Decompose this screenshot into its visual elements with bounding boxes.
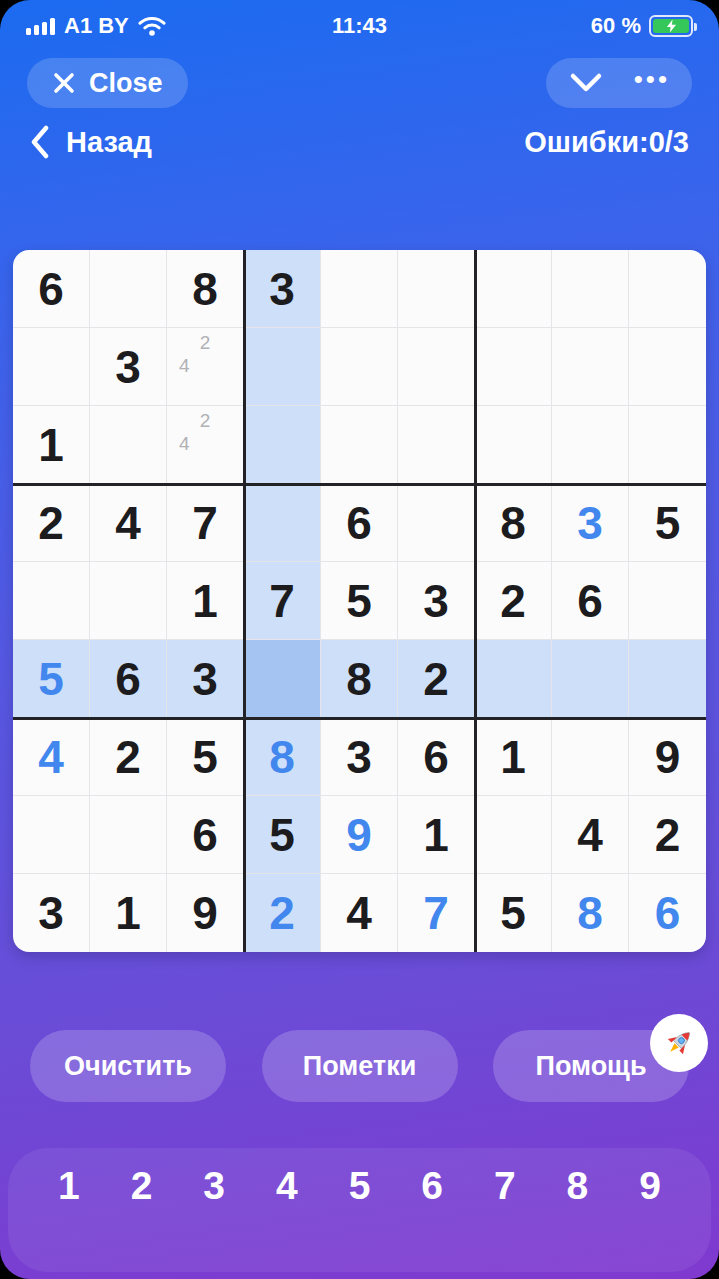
cell-r3c2[interactable] — [90, 406, 167, 484]
cell-r4c7[interactable]: 8 — [475, 484, 552, 562]
given-digit: 3 — [38, 886, 64, 940]
boost-badge[interactable] — [650, 1014, 708, 1072]
numpad: 123456789 — [8, 1148, 711, 1208]
errors-counter: Ошибки:0/3 — [524, 126, 689, 159]
cell-r8c2[interactable] — [90, 796, 167, 874]
cell-r7c1[interactable]: 4 — [13, 718, 90, 796]
cell-r1c6[interactable] — [398, 250, 475, 328]
given-digit: 2 — [115, 730, 141, 784]
cell-r3c4[interactable] — [244, 406, 321, 484]
cell-r2c6[interactable] — [398, 328, 475, 406]
cell-r8c6[interactable]: 1 — [398, 796, 475, 874]
given-digit: 3 — [269, 262, 295, 316]
cell-r8c4[interactable]: 5 — [244, 796, 321, 874]
cell-r2c5[interactable] — [321, 328, 398, 406]
cell-r3c9[interactable] — [629, 406, 706, 484]
given-digit: 5 — [500, 886, 526, 940]
given-digit: 5 — [346, 574, 372, 628]
cell-r6c7[interactable] — [475, 640, 552, 718]
clear-button[interactable]: Очистить — [30, 1030, 226, 1102]
cell-r6c6[interactable]: 2 — [398, 640, 475, 718]
user-digit: 5 — [38, 652, 64, 706]
given-digit: 9 — [192, 886, 218, 940]
given-digit: 5 — [192, 730, 218, 784]
action-bar: Очистить Пометки Помощь — [0, 1030, 719, 1102]
chevron-left-icon — [30, 125, 50, 159]
cell-r2c8[interactable] — [552, 328, 629, 406]
cell-r8c8[interactable]: 4 — [552, 796, 629, 874]
battery-percent-label: 60 % — [591, 13, 641, 39]
cell-r5c4[interactable]: 7 — [244, 562, 321, 640]
cell-r1c8[interactable] — [552, 250, 629, 328]
cell-r5c3[interactable]: 1 — [167, 562, 244, 640]
cell-r3c6[interactable] — [398, 406, 475, 484]
numpad-3[interactable]: 3 — [203, 1164, 225, 1208]
cell-r3c1[interactable]: 1 — [13, 406, 90, 484]
cell-r6c8[interactable] — [552, 640, 629, 718]
numpad-2[interactable]: 2 — [131, 1164, 153, 1208]
cell-r6c9[interactable] — [629, 640, 706, 718]
numpad-4[interactable]: 4 — [276, 1164, 298, 1208]
cell-r5c1[interactable] — [13, 562, 90, 640]
user-digit: 6 — [655, 886, 681, 940]
cell-r3c8[interactable] — [552, 406, 629, 484]
sudoku-grid: 6833241242476835175326563824258361965914… — [13, 250, 706, 952]
given-digit: 7 — [192, 496, 218, 550]
cell-r9c7[interactable]: 5 — [475, 874, 552, 952]
box-divider-vertical-2 — [474, 250, 477, 952]
cell-r1c9[interactable] — [629, 250, 706, 328]
top-toolbar: Close ••• — [0, 58, 719, 108]
user-digit: 3 — [577, 496, 603, 550]
sudoku-board: 6833241242476835175326563824258361965914… — [13, 250, 706, 952]
cell-r4c5[interactable]: 6 — [321, 484, 398, 562]
given-digit: 5 — [655, 496, 681, 550]
status-right: 60 % — [591, 13, 693, 39]
given-digit: 2 — [38, 496, 64, 550]
cell-r2c4[interactable] — [244, 328, 321, 406]
given-digit: 5 — [269, 808, 295, 862]
cell-r1c3[interactable]: 8 — [167, 250, 244, 328]
given-digit: 2 — [500, 574, 526, 628]
given-digit: 4 — [346, 886, 372, 940]
cell-r5c5[interactable]: 5 — [321, 562, 398, 640]
box-divider-horizontal-1 — [13, 483, 706, 486]
cell-r7c5[interactable]: 3 — [321, 718, 398, 796]
cell-r9c3[interactable]: 9 — [167, 874, 244, 952]
given-digit: 6 — [346, 496, 372, 550]
given-digit: 3 — [192, 652, 218, 706]
cell-r8c5[interactable]: 9 — [321, 796, 398, 874]
cell-r2c2[interactable]: 3 — [90, 328, 167, 406]
status-bar: A1 BY 11:43 60 % — [0, 8, 719, 44]
given-digit: 1 — [115, 886, 141, 940]
cell-r6c2[interactable]: 6 — [90, 640, 167, 718]
cell-r8c7[interactable] — [475, 796, 552, 874]
cell-r1c1[interactable]: 6 — [13, 250, 90, 328]
user-digit: 4 — [38, 730, 64, 784]
cell-r9c6[interactable]: 7 — [398, 874, 475, 952]
cell-r8c1[interactable] — [13, 796, 90, 874]
given-digit: 2 — [423, 652, 449, 706]
numpad-1[interactable]: 1 — [58, 1164, 80, 1208]
cell-r7c6[interactable]: 6 — [398, 718, 475, 796]
given-digit: 3 — [423, 574, 449, 628]
given-digit: 6 — [38, 262, 64, 316]
cell-r4c1[interactable]: 2 — [13, 484, 90, 562]
cell-r4c6[interactable] — [398, 484, 475, 562]
cell-r5c8[interactable]: 6 — [552, 562, 629, 640]
cell-r1c5[interactable] — [321, 250, 398, 328]
cell-r9c5[interactable]: 4 — [321, 874, 398, 952]
given-digit: 1 — [500, 730, 526, 784]
cell-r3c7[interactable] — [475, 406, 552, 484]
cell-r9c2[interactable]: 1 — [90, 874, 167, 952]
numpad-7[interactable]: 7 — [494, 1164, 516, 1208]
cell-r6c1[interactable]: 5 — [13, 640, 90, 718]
user-digit: 8 — [269, 730, 295, 784]
user-digit: 2 — [269, 886, 295, 940]
given-digit: 4 — [577, 808, 603, 862]
given-digit: 3 — [346, 730, 372, 784]
user-digit: 7 — [423, 886, 449, 940]
given-digit: 7 — [269, 574, 295, 628]
cell-r4c3[interactable]: 7 — [167, 484, 244, 562]
cell-r2c3[interactable]: 24 — [167, 328, 244, 406]
cell-r6c5[interactable]: 8 — [321, 640, 398, 718]
cell-r5c9[interactable] — [629, 562, 706, 640]
collapse-button[interactable] — [568, 72, 604, 94]
cell-r9c8[interactable]: 8 — [552, 874, 629, 952]
cell-r7c4[interactable]: 8 — [244, 718, 321, 796]
cell-r5c2[interactable] — [90, 562, 167, 640]
cell-r6c3[interactable]: 3 — [167, 640, 244, 718]
numpad-panel: 123456789 — [8, 1148, 711, 1272]
pencil-notes: 24 — [174, 331, 236, 402]
cell-r4c8[interactable]: 3 — [552, 484, 629, 562]
cell-r7c3[interactable]: 5 — [167, 718, 244, 796]
cell-r9c1[interactable]: 3 — [13, 874, 90, 952]
box-divider-horizontal-2 — [13, 717, 706, 720]
cell-r2c7[interactable] — [475, 328, 552, 406]
given-digit: 3 — [115, 340, 141, 394]
pencil-notes: 24 — [174, 409, 236, 480]
cell-r9c9[interactable]: 6 — [629, 874, 706, 952]
cell-r2c9[interactable] — [629, 328, 706, 406]
given-digit: 8 — [346, 652, 372, 706]
back-label: Назад — [66, 126, 152, 159]
window-menu-pill: ••• — [546, 58, 692, 108]
cell-r1c4[interactable]: 3 — [244, 250, 321, 328]
given-digit: 4 — [115, 496, 141, 550]
given-digit: 1 — [192, 574, 218, 628]
notes-button[interactable]: Пометки — [262, 1030, 458, 1102]
given-digit: 6 — [577, 574, 603, 628]
back-button[interactable]: Назад — [30, 125, 152, 159]
given-digit: 1 — [423, 808, 449, 862]
cell-r5c7[interactable]: 2 — [475, 562, 552, 640]
given-digit: 1 — [38, 418, 64, 472]
cell-r4c2[interactable]: 4 — [90, 484, 167, 562]
app-screen: A1 BY 11:43 60 % Close — [0, 0, 719, 1279]
close-label: Close — [89, 68, 163, 99]
box-divider-vertical-1 — [243, 250, 246, 952]
ellipsis-icon: ••• — [634, 64, 670, 94]
given-digit: 6 — [423, 730, 449, 784]
numpad-8[interactable]: 8 — [567, 1164, 589, 1208]
rocket-icon — [661, 1025, 697, 1061]
numpad-9[interactable]: 9 — [639, 1164, 661, 1208]
cell-r3c3[interactable]: 24 — [167, 406, 244, 484]
more-options-button[interactable]: ••• — [634, 69, 670, 89]
cell-r7c8[interactable] — [552, 718, 629, 796]
cell-r1c7[interactable] — [475, 250, 552, 328]
numpad-5[interactable]: 5 — [349, 1164, 371, 1208]
cell-r3c5[interactable] — [321, 406, 398, 484]
game-header: Назад Ошибки:0/3 — [0, 116, 719, 168]
cell-r4c9[interactable]: 5 — [629, 484, 706, 562]
given-digit: 2 — [655, 808, 681, 862]
cell-r1c2[interactable] — [90, 250, 167, 328]
cell-r5c6[interactable]: 3 — [398, 562, 475, 640]
cell-r2c1[interactable] — [13, 328, 90, 406]
cell-r6c4[interactable] — [244, 640, 321, 718]
cell-r7c7[interactable]: 1 — [475, 718, 552, 796]
cell-r4c4[interactable] — [244, 484, 321, 562]
battery-charging-icon — [649, 15, 693, 37]
close-button[interactable]: Close — [27, 58, 188, 108]
cell-r9c4[interactable]: 2 — [244, 874, 321, 952]
given-digit: 8 — [500, 496, 526, 550]
cell-r7c9[interactable]: 9 — [629, 718, 706, 796]
cell-r8c3[interactable]: 6 — [167, 796, 244, 874]
cell-r8c9[interactable]: 2 — [629, 796, 706, 874]
chevron-down-icon — [568, 72, 604, 94]
given-digit: 6 — [192, 808, 218, 862]
user-digit: 9 — [346, 808, 372, 862]
user-digit: 8 — [577, 886, 603, 940]
numpad-6[interactable]: 6 — [421, 1164, 443, 1208]
close-icon — [52, 71, 76, 95]
cell-r7c2[interactable]: 2 — [90, 718, 167, 796]
given-digit: 9 — [655, 730, 681, 784]
given-digit: 6 — [115, 652, 141, 706]
given-digit: 8 — [192, 262, 218, 316]
